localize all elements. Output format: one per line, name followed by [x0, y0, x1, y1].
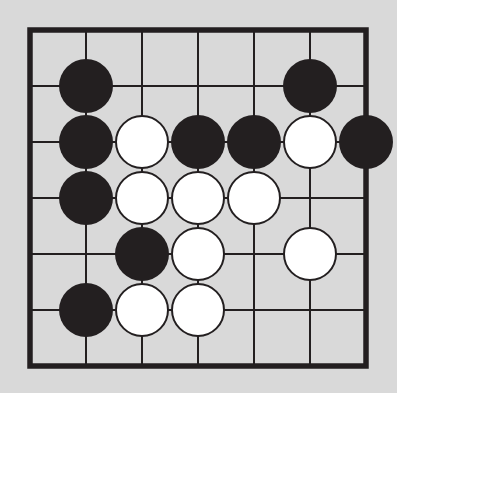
intersection-r2-c7[interactable]	[338, 58, 394, 114]
intersection-r3-c7[interactable]	[338, 114, 394, 170]
intersection-r1-c5[interactable]	[226, 2, 282, 58]
intersection-r4-c4[interactable]	[170, 170, 226, 226]
intersection-r4-c2[interactable]	[58, 170, 114, 226]
intersection-r7-c4[interactable]	[170, 338, 226, 394]
intersection-r1-c7[interactable]	[338, 2, 394, 58]
white-stone[interactable]	[115, 283, 169, 337]
intersection-r1-c4[interactable]	[170, 2, 226, 58]
white-stone[interactable]	[115, 171, 169, 225]
intersection-r4-c7[interactable]	[338, 170, 394, 226]
black-stone[interactable]	[115, 227, 169, 281]
intersection-r1-c3[interactable]	[114, 2, 170, 58]
intersection-r3-c5[interactable]	[226, 114, 282, 170]
intersection-r7-c1[interactable]	[2, 338, 58, 394]
intersection-r6-c1[interactable]	[2, 282, 58, 338]
intersection-r7-c2[interactable]	[58, 338, 114, 394]
intersection-r4-c3[interactable]	[114, 170, 170, 226]
intersection-r7-c3[interactable]	[114, 338, 170, 394]
intersection-r5-c6[interactable]	[282, 226, 338, 282]
black-stone[interactable]	[283, 59, 337, 113]
intersection-r2-c2[interactable]	[58, 58, 114, 114]
intersection-r3-c1[interactable]	[2, 114, 58, 170]
diagram-background	[0, 0, 397, 393]
intersection-r6-c4[interactable]	[170, 282, 226, 338]
intersection-r7-c7[interactable]	[338, 338, 394, 394]
go-board	[0, 0, 397, 393]
intersection-r3-c2[interactable]	[58, 114, 114, 170]
intersection-r5-c4[interactable]	[170, 226, 226, 282]
intersection-r3-c4[interactable]	[170, 114, 226, 170]
intersection-r4-c6[interactable]	[282, 170, 338, 226]
intersection-r4-c1[interactable]	[2, 170, 58, 226]
intersection-r2-c3[interactable]	[114, 58, 170, 114]
intersection-r2-c1[interactable]	[2, 58, 58, 114]
intersection-r6-c2[interactable]	[58, 282, 114, 338]
white-stone[interactable]	[227, 171, 281, 225]
intersection-r7-c5[interactable]	[226, 338, 282, 394]
white-stone[interactable]	[171, 283, 225, 337]
intersection-r1-c1[interactable]	[2, 2, 58, 58]
black-stone[interactable]	[59, 59, 113, 113]
black-stone[interactable]	[171, 115, 225, 169]
black-stone[interactable]	[227, 115, 281, 169]
white-stone[interactable]	[171, 227, 225, 281]
intersection-r6-c5[interactable]	[226, 282, 282, 338]
black-stone[interactable]	[59, 171, 113, 225]
intersection-r2-c6[interactable]	[282, 58, 338, 114]
black-stone[interactable]	[339, 115, 393, 169]
intersection-r2-c4[interactable]	[170, 58, 226, 114]
white-stone[interactable]	[283, 227, 337, 281]
board-grid	[2, 2, 394, 394]
intersection-r6-c7[interactable]	[338, 282, 394, 338]
white-stone[interactable]	[115, 115, 169, 169]
intersection-r5-c3[interactable]	[114, 226, 170, 282]
intersection-r2-c5[interactable]	[226, 58, 282, 114]
white-stone[interactable]	[283, 115, 337, 169]
black-stone[interactable]	[59, 283, 113, 337]
white-stone[interactable]	[171, 171, 225, 225]
intersection-r5-c5[interactable]	[226, 226, 282, 282]
intersection-r4-c5[interactable]	[226, 170, 282, 226]
intersection-r3-c3[interactable]	[114, 114, 170, 170]
intersection-r3-c6[interactable]	[282, 114, 338, 170]
intersection-r6-c6[interactable]	[282, 282, 338, 338]
intersection-r5-c7[interactable]	[338, 226, 394, 282]
intersection-r5-c2[interactable]	[58, 226, 114, 282]
page	[0, 0, 480, 480]
black-stone[interactable]	[59, 115, 113, 169]
intersection-r1-c2[interactable]	[58, 2, 114, 58]
intersection-r5-c1[interactable]	[2, 226, 58, 282]
intersection-r6-c3[interactable]	[114, 282, 170, 338]
intersection-r1-c6[interactable]	[282, 2, 338, 58]
intersection-r7-c6[interactable]	[282, 338, 338, 394]
